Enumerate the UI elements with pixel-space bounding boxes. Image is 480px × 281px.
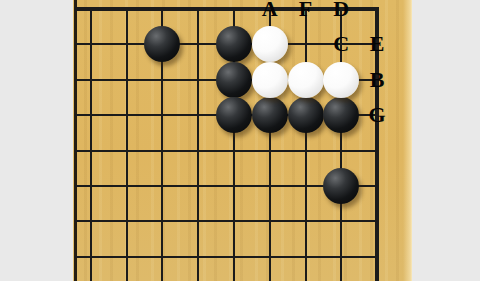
black-stone xyxy=(216,62,252,98)
board-edge-highlight xyxy=(403,0,412,281)
white-stone xyxy=(252,26,288,62)
move-label-e[interactable]: E xyxy=(364,31,390,57)
go-board[interactable]: AFDCEBG xyxy=(73,0,412,281)
white-stone xyxy=(252,62,288,98)
move-label-g[interactable]: G xyxy=(364,102,390,128)
black-stone xyxy=(216,26,252,62)
board-left-boundary-line xyxy=(74,0,77,281)
problem-view: AFDCEBG xyxy=(0,0,480,281)
grid-line-vertical xyxy=(90,8,92,281)
grid-line-horizontal xyxy=(75,256,379,258)
move-label-d[interactable]: D xyxy=(328,0,354,22)
left-letterbox-panel xyxy=(0,0,73,281)
move-label-c[interactable]: C xyxy=(328,31,354,57)
black-stone xyxy=(288,97,324,133)
white-stone xyxy=(323,62,359,98)
move-label-a[interactable]: A xyxy=(257,0,283,22)
grid-line-vertical xyxy=(197,8,199,281)
black-stone xyxy=(323,168,359,204)
grid-line-vertical xyxy=(126,8,128,281)
grid-line-horizontal xyxy=(75,150,379,152)
black-stone xyxy=(216,97,252,133)
move-label-b[interactable]: B xyxy=(364,67,390,93)
black-stone xyxy=(144,26,180,62)
black-stone xyxy=(252,97,288,133)
right-letterbox-panel xyxy=(412,0,480,281)
grid-line-horizontal xyxy=(75,220,379,222)
move-label-f[interactable]: F xyxy=(293,0,319,22)
grid-line-vertical xyxy=(305,8,307,281)
white-stone xyxy=(288,62,324,98)
black-stone xyxy=(323,97,359,133)
